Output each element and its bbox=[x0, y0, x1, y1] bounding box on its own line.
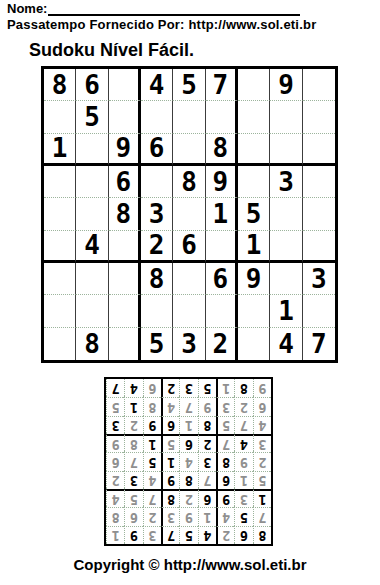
solution-cell-r6c9: 9 bbox=[106, 434, 124, 452]
puzzle-cell-r2c9[interactable] bbox=[303, 101, 335, 133]
puzzle-cell-r3c4: 6 bbox=[141, 134, 173, 166]
solution-cell-r4c9: 2 bbox=[106, 471, 124, 489]
puzzle-cell-r3c8[interactable] bbox=[270, 134, 302, 166]
solution-cell-r7c7: 9 bbox=[143, 416, 161, 434]
puzzle-cell-r5c2[interactable] bbox=[76, 198, 108, 230]
sudoku-puzzle-grid: 8645795196868938315426186931853247 bbox=[41, 66, 338, 363]
solution-cell-r6c7: 1 bbox=[143, 434, 161, 452]
puzzle-cell-r7c6: 6 bbox=[206, 263, 238, 295]
puzzle-cell-r2c3[interactable] bbox=[109, 101, 141, 133]
solution-cell-r5c5: 4 bbox=[179, 452, 197, 470]
solution-cell-r8c4: 9 bbox=[198, 397, 216, 415]
puzzle-cell-r9c4: 5 bbox=[141, 328, 173, 360]
solution-cell-r2c5: 9 bbox=[179, 507, 197, 525]
solution-cell-r4c4: 7 bbox=[198, 471, 216, 489]
solution-cell-r9c7: 6 bbox=[143, 379, 161, 397]
puzzle-cell-r6c2: 4 bbox=[76, 231, 108, 263]
puzzle-cell-r8c9[interactable] bbox=[303, 295, 335, 327]
solution-cell-r7c3: 5 bbox=[216, 416, 234, 434]
puzzle-cell-r5c4: 3 bbox=[141, 198, 173, 230]
puzzle-cell-r9c3[interactable] bbox=[109, 328, 141, 360]
solution-cell-r5c3: 8 bbox=[216, 452, 234, 470]
solution-cell-r2c3: 4 bbox=[216, 507, 234, 525]
puzzle-cell-r7c1[interactable] bbox=[44, 263, 76, 295]
solution-cell-r4c8: 3 bbox=[124, 471, 142, 489]
puzzle-cell-r8c5[interactable] bbox=[173, 295, 205, 327]
puzzle-cell-r3c6: 8 bbox=[206, 134, 238, 166]
puzzle-cell-r5c7: 5 bbox=[238, 198, 270, 230]
solution-cell-r9c3: 1 bbox=[216, 379, 234, 397]
solution-cell-r8c6: 4 bbox=[161, 397, 179, 415]
solution-cell-r5c2: 9 bbox=[234, 452, 252, 470]
puzzle-cell-r2c1[interactable] bbox=[44, 101, 76, 133]
solution-cell-r2c4: 1 bbox=[198, 507, 216, 525]
solution-cell-r2c9: 8 bbox=[106, 507, 124, 525]
solution-cell-r1c8: 9 bbox=[124, 526, 142, 544]
puzzle-cell-r1c2: 6 bbox=[76, 69, 108, 101]
name-line: Nome: bbox=[7, 1, 300, 16]
puzzle-cell-r7c7: 9 bbox=[238, 263, 270, 295]
puzzle-cell-r5c9[interactable] bbox=[303, 198, 335, 230]
puzzle-cell-r4c8: 3 bbox=[270, 166, 302, 198]
solution-cell-r2c6: 3 bbox=[161, 507, 179, 525]
puzzle-cell-r6c9[interactable] bbox=[303, 231, 335, 263]
solution-cell-r5c4: 3 bbox=[198, 452, 216, 470]
solution-cell-r1c5: 5 bbox=[179, 526, 197, 544]
puzzle-cell-r9c6: 2 bbox=[206, 328, 238, 360]
puzzle-cell-r1c3[interactable] bbox=[109, 69, 141, 101]
solution-cell-r4c1: 5 bbox=[253, 471, 271, 489]
solution-cell-r1c7: 3 bbox=[143, 526, 161, 544]
puzzle-cell-r7c3[interactable] bbox=[109, 263, 141, 295]
puzzle-cell-r5c8[interactable] bbox=[270, 198, 302, 230]
puzzle-cell-r8c6[interactable] bbox=[206, 295, 238, 327]
puzzle-cell-r8c7[interactable] bbox=[238, 295, 270, 327]
puzzle-cell-r5c5[interactable] bbox=[173, 198, 205, 230]
puzzle-cell-r3c9[interactable] bbox=[303, 134, 335, 166]
solution-cell-r4c3: 6 bbox=[216, 471, 234, 489]
puzzle-cell-r2c6[interactable] bbox=[206, 101, 238, 133]
puzzle-cell-r8c8: 1 bbox=[270, 295, 302, 327]
puzzle-cell-r8c1[interactable] bbox=[44, 295, 76, 327]
puzzle-cell-r4c9[interactable] bbox=[303, 166, 335, 198]
solution-cell-r3c2: 3 bbox=[234, 489, 252, 507]
puzzle-cell-r7c8[interactable] bbox=[270, 263, 302, 295]
solution-cell-r3c3: 9 bbox=[216, 489, 234, 507]
puzzle-cell-r1c6: 7 bbox=[206, 69, 238, 101]
puzzle-cell-r6c1[interactable] bbox=[44, 231, 76, 263]
solution-cell-r6c2: 4 bbox=[234, 434, 252, 452]
solution-cell-r5c9: 6 bbox=[106, 452, 124, 470]
puzzle-cell-r4c6: 9 bbox=[206, 166, 238, 198]
puzzle-cell-r7c2[interactable] bbox=[76, 263, 108, 295]
solution-cell-r3c4: 6 bbox=[198, 489, 216, 507]
puzzle-cell-r6c3[interactable] bbox=[109, 231, 141, 263]
puzzle-cell-r9c5: 3 bbox=[173, 328, 205, 360]
puzzle-cell-r4c1[interactable] bbox=[44, 166, 76, 198]
solution-cell-r1c4: 4 bbox=[198, 526, 216, 544]
solution-cell-r9c6: 2 bbox=[161, 379, 179, 397]
puzzle-cell-r6c4: 2 bbox=[141, 231, 173, 263]
puzzle-cell-r4c2[interactable] bbox=[76, 166, 108, 198]
puzzle-cell-r1c9[interactable] bbox=[303, 69, 335, 101]
puzzle-cell-r4c5: 8 bbox=[173, 166, 205, 198]
solution-cell-r5c8: 7 bbox=[124, 452, 142, 470]
puzzle-cell-r2c7[interactable] bbox=[238, 101, 270, 133]
puzzle-cell-r4c7[interactable] bbox=[238, 166, 270, 198]
puzzle-cell-r2c8[interactable] bbox=[270, 101, 302, 133]
solution-cell-r9c5: 3 bbox=[179, 379, 197, 397]
solution-cell-r9c8: 4 bbox=[124, 379, 142, 397]
puzzle-cell-r4c4[interactable] bbox=[141, 166, 173, 198]
solution-cell-r4c7: 4 bbox=[143, 471, 161, 489]
solution-cell-r2c1: 7 bbox=[253, 507, 271, 525]
puzzle-cell-r1c7[interactable] bbox=[238, 69, 270, 101]
worksheet-page: Nome: Passatempo Fornecido Por: http://w… bbox=[0, 0, 380, 585]
solution-cell-r4c2: 1 bbox=[234, 471, 252, 489]
solution-cell-r2c2: 5 bbox=[234, 507, 252, 525]
puzzle-cell-r3c1: 1 bbox=[44, 134, 76, 166]
solution-cell-r5c6: 1 bbox=[161, 452, 179, 470]
puzzle-cell-r9c1[interactable] bbox=[44, 328, 76, 360]
puzzle-cell-r8c4[interactable] bbox=[141, 295, 173, 327]
solution-cell-r6c1: 3 bbox=[253, 434, 271, 452]
solution-cell-r3c7: 7 bbox=[143, 489, 161, 507]
puzzle-cell-r9c9: 7 bbox=[303, 328, 335, 360]
solution-cell-r6c6: 5 bbox=[161, 434, 179, 452]
solution-cell-r1c9: 1 bbox=[106, 526, 124, 544]
puzzle-cell-r8c2[interactable] bbox=[76, 295, 108, 327]
name-label: Nome: bbox=[7, 1, 47, 16]
puzzle-cell-r6c6[interactable] bbox=[206, 231, 238, 263]
puzzle-cell-r2c5[interactable] bbox=[173, 101, 205, 133]
solution-cell-r6c4: 2 bbox=[198, 434, 216, 452]
solution-cell-r8c9: 5 bbox=[106, 397, 124, 415]
solution-cell-r3c6: 8 bbox=[161, 489, 179, 507]
solution-cell-r3c5: 2 bbox=[179, 489, 197, 507]
solution-cell-r2c8: 6 bbox=[124, 507, 142, 525]
puzzle-cell-r7c9: 3 bbox=[303, 263, 335, 295]
solution-cell-r7c8: 2 bbox=[124, 416, 142, 434]
solution-cell-r9c2: 8 bbox=[234, 379, 252, 397]
solution-cell-r5c1: 2 bbox=[253, 452, 271, 470]
puzzle-cell-r6c8[interactable] bbox=[270, 231, 302, 263]
puzzle-cell-r9c7[interactable] bbox=[238, 328, 270, 360]
puzzle-cell-r3c3: 9 bbox=[109, 134, 141, 166]
puzzle-cell-r7c5[interactable] bbox=[173, 263, 205, 295]
solution-cell-r8c8: 1 bbox=[124, 397, 142, 415]
solution-cell-r7c9: 3 bbox=[106, 416, 124, 434]
solution-cell-r7c1: 4 bbox=[253, 416, 271, 434]
puzzle-cell-r1c4: 4 bbox=[141, 69, 173, 101]
puzzle-cell-r3c5[interactable] bbox=[173, 134, 205, 166]
provided-by-text: Passatempo Fornecido Por: http://www.sol… bbox=[7, 17, 316, 32]
solution-cell-r9c9: 7 bbox=[106, 379, 124, 397]
puzzle-cell-r9c8: 4 bbox=[270, 328, 302, 360]
solution-cell-r4c6: 9 bbox=[161, 471, 179, 489]
solution-cell-r8c2: 2 bbox=[234, 397, 252, 415]
page-title: Sudoku Nível Fácil. bbox=[29, 40, 194, 61]
puzzle-cell-r4c3: 6 bbox=[109, 166, 141, 198]
puzzle-cell-r2c2: 5 bbox=[76, 101, 108, 133]
puzzle-cell-r1c1: 8 bbox=[44, 69, 76, 101]
solution-cell-r2c7: 2 bbox=[143, 507, 161, 525]
solution-cell-r8c3: 3 bbox=[216, 397, 234, 415]
puzzle-cell-r7c4: 8 bbox=[141, 263, 173, 295]
sudoku-solution-grid-rotated-180: 8624573917541932681396287545167894322983… bbox=[104, 377, 273, 546]
solution-cell-r1c2: 6 bbox=[234, 526, 252, 544]
solution-cell-r1c1: 8 bbox=[253, 526, 271, 544]
solution-cell-r6c3: 7 bbox=[216, 434, 234, 452]
puzzle-cell-r9c2: 8 bbox=[76, 328, 108, 360]
puzzle-cell-r6c5: 6 bbox=[173, 231, 205, 263]
puzzle-cell-r1c5: 5 bbox=[173, 69, 205, 101]
solution-cell-r8c5: 7 bbox=[179, 397, 197, 415]
solution-cell-r3c8: 5 bbox=[124, 489, 142, 507]
solution-cell-r3c1: 1 bbox=[253, 489, 271, 507]
solution-cell-r8c1: 6 bbox=[253, 397, 271, 415]
puzzle-cell-r3c7[interactable] bbox=[238, 134, 270, 166]
puzzle-cell-r2c4[interactable] bbox=[141, 101, 173, 133]
solution-cell-r7c2: 7 bbox=[234, 416, 252, 434]
name-write-in-field[interactable] bbox=[48, 2, 300, 16]
copyright-text: Copyright © http://www.sol.eti.br bbox=[0, 556, 380, 573]
solution-cell-r9c1: 9 bbox=[253, 379, 271, 397]
solution-cell-r7c5: 1 bbox=[179, 416, 197, 434]
solution-cell-r9c4: 5 bbox=[198, 379, 216, 397]
solution-cell-r6c8: 8 bbox=[124, 434, 142, 452]
solution-cell-r7c6: 6 bbox=[161, 416, 179, 434]
solution-cell-r3c9: 4 bbox=[106, 489, 124, 507]
solution-cell-r1c6: 7 bbox=[161, 526, 179, 544]
solution-cell-r7c4: 8 bbox=[198, 416, 216, 434]
puzzle-cell-r5c3: 8 bbox=[109, 198, 141, 230]
puzzle-cell-r5c1[interactable] bbox=[44, 198, 76, 230]
puzzle-cell-r3c2[interactable] bbox=[76, 134, 108, 166]
puzzle-cell-r1c8: 9 bbox=[270, 69, 302, 101]
solution-cell-r6c5: 6 bbox=[179, 434, 197, 452]
puzzle-cell-r5c6: 1 bbox=[206, 198, 238, 230]
solution-cell-r1c3: 2 bbox=[216, 526, 234, 544]
puzzle-cell-r6c7: 1 bbox=[238, 231, 270, 263]
solution-cell-r8c7: 8 bbox=[143, 397, 161, 415]
puzzle-cell-r8c3[interactable] bbox=[109, 295, 141, 327]
solution-cell-r5c7: 5 bbox=[143, 452, 161, 470]
solution-cell-r4c5: 8 bbox=[179, 471, 197, 489]
